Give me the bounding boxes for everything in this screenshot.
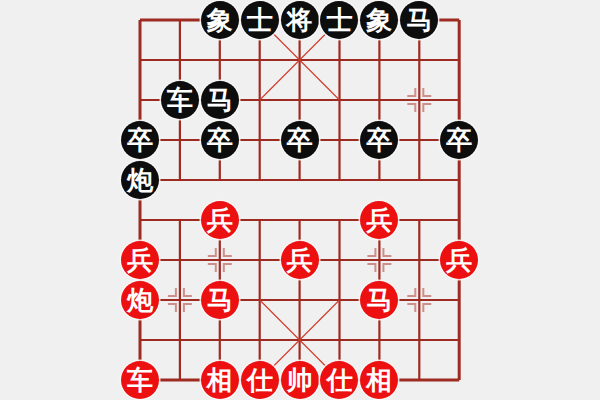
piece-red-horse[interactable]: 马 [360, 281, 398, 319]
piece-red-elephant[interactable]: 相 [201, 361, 239, 399]
piece-black-horse[interactable]: 马 [400, 1, 438, 39]
xiangqi-board: 象士将士象马车马卒卒卒卒卒炮兵兵兵兵兵炮马马车相仕帅仕相 [0, 0, 600, 400]
piece-red-advisor[interactable]: 仕 [320, 361, 358, 399]
piece-black-soldier[interactable]: 卒 [121, 121, 159, 159]
piece-black-advisor[interactable]: 士 [241, 1, 279, 39]
piece-black-advisor[interactable]: 士 [320, 1, 358, 39]
piece-black-elephant[interactable]: 象 [360, 1, 398, 39]
piece-black-elephant[interactable]: 象 [201, 1, 239, 39]
piece-black-soldier[interactable]: 卒 [440, 121, 478, 159]
piece-red-horse[interactable]: 马 [201, 281, 239, 319]
piece-black-soldier[interactable]: 卒 [201, 121, 239, 159]
piece-black-soldier[interactable]: 卒 [360, 121, 398, 159]
piece-black-soldier[interactable]: 卒 [281, 121, 319, 159]
piece-red-soldier[interactable]: 兵 [201, 201, 239, 239]
piece-black-cannon[interactable]: 炮 [121, 161, 159, 199]
piece-red-soldier[interactable]: 兵 [281, 241, 319, 279]
piece-red-advisor[interactable]: 仕 [241, 361, 279, 399]
piece-black-chariot[interactable]: 车 [161, 81, 199, 119]
piece-red-cannon[interactable]: 炮 [121, 281, 159, 319]
piece-black-general[interactable]: 将 [281, 1, 319, 39]
piece-red-chariot[interactable]: 车 [121, 361, 159, 399]
piece-red-general[interactable]: 帅 [281, 361, 319, 399]
piece-red-soldier[interactable]: 兵 [360, 201, 398, 239]
piece-red-elephant[interactable]: 相 [360, 361, 398, 399]
piece-red-soldier[interactable]: 兵 [121, 241, 159, 279]
board-intersection-grid[interactable]: 象士将士象马车马卒卒卒卒卒炮兵兵兵兵兵炮马马车相仕帅仕相 [120, 0, 479, 400]
piece-red-soldier[interactable]: 兵 [440, 241, 478, 279]
piece-black-horse[interactable]: 马 [201, 81, 239, 119]
